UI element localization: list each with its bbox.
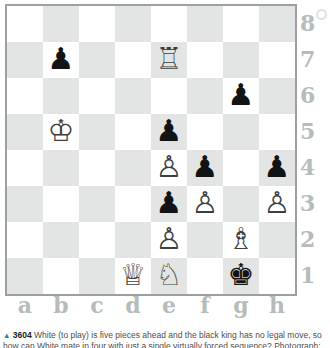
square-e7: ♖ [151,42,187,78]
square-g6: ♟ [223,78,259,114]
puzzle-number: 3604 [13,330,32,340]
square-d7 [115,42,151,78]
square-a7 [7,42,43,78]
square-e6 [151,78,187,114]
square-a3 [7,186,43,222]
square-g3 [223,186,259,222]
square-b2 [43,222,79,258]
square-f6 [187,78,223,114]
photo-caption: ▲ 3604 White (to play) is five pieces ah… [3,330,327,348]
file-label-c: c [79,292,115,318]
square-f4: ♟ [187,150,223,186]
square-b5: ♔ [43,114,79,150]
square-b3 [43,186,79,222]
white-pawn-e4: ♙ [156,152,183,182]
square-g4 [223,150,259,186]
square-c1 [79,258,115,294]
square-h8 [259,6,295,42]
white-king-b5: ♔ [48,116,75,146]
rank-label-2: 2 [300,221,315,257]
square-h3: ♙ [259,186,295,222]
black-pawn-e3: ♟ [156,188,183,218]
square-c8 [79,6,115,42]
file-label-e: e [151,292,187,318]
square-a5 [7,114,43,150]
square-h2 [259,222,295,258]
white-pawn-e2: ♙ [156,224,183,254]
black-king-g1: ♚ [228,260,255,290]
white-pawn-f3: ♙ [192,188,219,218]
square-a6 [7,78,43,114]
rank-label-3: 3 [300,185,315,221]
square-d2 [115,222,151,258]
square-f1 [187,258,223,294]
rank-label-8: 8 [300,5,315,41]
white-queen-d1: ♕ [120,260,147,290]
square-b1 [43,258,79,294]
rank-label-7: 7 [300,41,315,77]
white-rook-e7: ♖ [156,44,183,74]
file-label-g: g [223,292,259,318]
square-h7 [259,42,295,78]
rank-label-5: 5 [300,113,315,149]
square-c2 [79,222,115,258]
black-pawn-h4: ♟ [264,152,291,182]
file-label-h: h [259,292,295,318]
square-b8 [43,6,79,42]
file-labels: abcdefgh [7,292,295,318]
square-f3: ♙ [187,186,223,222]
square-d8 [115,6,151,42]
square-d6 [115,78,151,114]
rank-label-6: 6 [300,77,315,113]
square-c6 [79,78,115,114]
square-f5 [187,114,223,150]
square-c7 [79,42,115,78]
square-b7: ♟ [43,42,79,78]
black-pawn-e5: ♟ [156,116,183,146]
square-e2: ♙ [151,222,187,258]
square-g8 [223,6,259,42]
black-pawn-f4: ♟ [192,152,219,182]
square-c5 [79,114,115,150]
square-e1: ♘ [151,258,187,294]
square-h4: ♟ [259,150,295,186]
white-pawn-h3: ♙ [264,188,291,218]
chess-board: ♟♖♟♔♟♙♟♟♟♙♙♙♗♕♘♚ [5,4,297,296]
square-f8 [187,6,223,42]
square-f7 [187,42,223,78]
rank-labels: 87654321 [300,5,315,293]
caption-text: White (to play) is five pieces ahead and… [3,330,322,348]
square-e4: ♙ [151,150,187,186]
square-d5 [115,114,151,150]
square-d3 [115,186,151,222]
square-a2 [7,222,43,258]
decorative-ring-icon [316,9,327,20]
file-label-a: a [7,292,43,318]
rank-label-4: 4 [300,149,315,185]
file-label-d: d [115,292,151,318]
square-a4 [7,150,43,186]
rank-label-1: 1 [300,257,315,293]
square-e8 [151,6,187,42]
file-label-f: f [187,292,223,318]
square-e5: ♟ [151,114,187,150]
square-h1 [259,258,295,294]
square-g5 [223,114,259,150]
square-g2: ♗ [223,222,259,258]
file-label-b: b [43,292,79,318]
white-bishop-g2: ♗ [228,224,255,254]
square-d4 [115,150,151,186]
square-c3 [79,186,115,222]
square-d1: ♕ [115,258,151,294]
square-a1 [7,258,43,294]
caption-triangle-icon: ▲ [3,331,10,340]
chess-diagram: ♟♖♟♔♟♙♟♟♟♙♙♙♗♕♘♚ 87654321 abcdefgh [0,0,330,318]
square-b4 [43,150,79,186]
square-b6 [43,78,79,114]
square-a8 [7,6,43,42]
square-g7 [223,42,259,78]
square-c4 [79,150,115,186]
black-pawn-b7: ♟ [48,44,75,74]
square-g1: ♚ [223,258,259,294]
black-pawn-g6: ♟ [228,80,255,110]
square-h5 [259,114,295,150]
square-f2 [187,222,223,258]
white-knight-e1: ♘ [156,260,183,290]
square-h6 [259,78,295,114]
square-e3: ♟ [151,186,187,222]
